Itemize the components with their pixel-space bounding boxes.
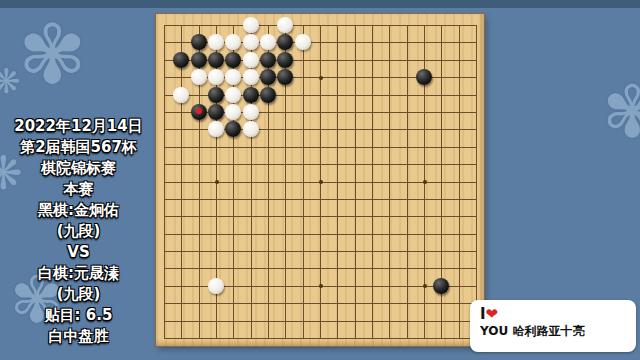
info-line-white-player: 白棋:元晟溱 xyxy=(0,263,157,284)
logo-line-2: YOU 哈利路亚十亮 xyxy=(480,323,628,339)
stone-black xyxy=(277,69,293,85)
grid-line-vertical xyxy=(355,25,356,338)
info-line-stage: 本赛 xyxy=(0,179,157,200)
flower-icon: ❋ xyxy=(0,64,21,98)
grid-line-vertical xyxy=(337,25,338,338)
star-point xyxy=(423,180,427,184)
star-point xyxy=(319,284,323,288)
info-line-white-rank: (九段) xyxy=(0,284,157,305)
stone-white xyxy=(225,87,241,103)
stone-white xyxy=(225,34,241,50)
flower-icon: ✾ xyxy=(18,14,87,96)
grid-line-vertical xyxy=(459,25,460,338)
info-line-black-rank: (九段) xyxy=(0,221,157,242)
stone-black xyxy=(173,52,189,68)
flower-icon: ✾ xyxy=(602,76,640,148)
star-point xyxy=(319,180,323,184)
stone-black-last-move xyxy=(191,104,207,120)
grid-line-horizontal xyxy=(164,251,476,252)
stone-black xyxy=(191,52,207,68)
stone-black xyxy=(225,52,241,68)
stone-black xyxy=(243,87,259,103)
stone-black xyxy=(260,52,276,68)
heart-icon: ❤ xyxy=(486,305,499,323)
stone-black xyxy=(277,34,293,50)
info-line-date: 2022年12月14日 xyxy=(0,116,157,137)
stone-white xyxy=(243,17,259,33)
info-line-komi: 贴目: 6.5 xyxy=(0,305,157,326)
grid-line-horizontal xyxy=(164,216,476,217)
stone-black xyxy=(260,87,276,103)
info-line-black-player: 黑棋:金炯佑 xyxy=(0,200,157,221)
stone-white xyxy=(173,87,189,103)
stone-black xyxy=(260,69,276,85)
stone-black xyxy=(416,69,432,85)
stone-white xyxy=(243,34,259,50)
grid-line-horizontal xyxy=(164,303,476,304)
info-line-event2: 棋院锦标赛 xyxy=(0,158,157,179)
stone-white xyxy=(191,69,207,85)
stone-black xyxy=(208,87,224,103)
stone-black xyxy=(277,52,293,68)
grid-line-horizontal xyxy=(164,234,476,235)
video-frame: ✾ ❋ ❋ ✾ ✾ ❋ 2022年12月14日 第2届韩国567杯 棋院锦标赛 … xyxy=(0,0,640,360)
stone-white xyxy=(208,121,224,137)
grid-line-vertical xyxy=(476,25,477,338)
stone-black xyxy=(433,278,449,294)
info-line-result: 白中盘胜 xyxy=(0,326,157,347)
grid-line-vertical xyxy=(407,25,408,338)
grid-line-vertical xyxy=(389,25,390,338)
star-point xyxy=(215,180,219,184)
last-move-marker xyxy=(196,108,202,114)
star-point xyxy=(423,284,427,288)
logo-line-1: I❤ xyxy=(480,305,628,323)
stone-white xyxy=(208,278,224,294)
grid-line-horizontal xyxy=(164,199,476,200)
stone-white xyxy=(295,34,311,50)
grid-line-horizontal xyxy=(164,338,476,339)
stone-black xyxy=(208,52,224,68)
stone-white xyxy=(208,69,224,85)
stone-white xyxy=(225,104,241,120)
grid-line-vertical xyxy=(372,25,373,338)
stone-white xyxy=(243,121,259,137)
game-info-panel: 2022年12月14日 第2届韩国567杯 棋院锦标赛 本赛 黑棋:金炯佑 (九… xyxy=(0,116,157,347)
stone-white xyxy=(208,34,224,50)
channel-logo: I❤ YOU 哈利路亚十亮 xyxy=(470,300,636,352)
stone-black xyxy=(225,121,241,137)
top-strip xyxy=(0,0,640,8)
stone-white xyxy=(243,104,259,120)
stone-white xyxy=(277,17,293,33)
info-line-vs: VS xyxy=(0,242,157,263)
star-point xyxy=(319,76,323,80)
grid-line-horizontal xyxy=(164,268,476,269)
info-line-event: 第2届韩国567杯 xyxy=(0,137,157,158)
grid-line-horizontal xyxy=(164,321,476,322)
stone-white xyxy=(243,52,259,68)
stone-white xyxy=(243,69,259,85)
stone-white xyxy=(260,34,276,50)
stone-white xyxy=(225,69,241,85)
stone-black xyxy=(191,34,207,50)
stone-black xyxy=(208,104,224,120)
go-board xyxy=(156,14,484,346)
